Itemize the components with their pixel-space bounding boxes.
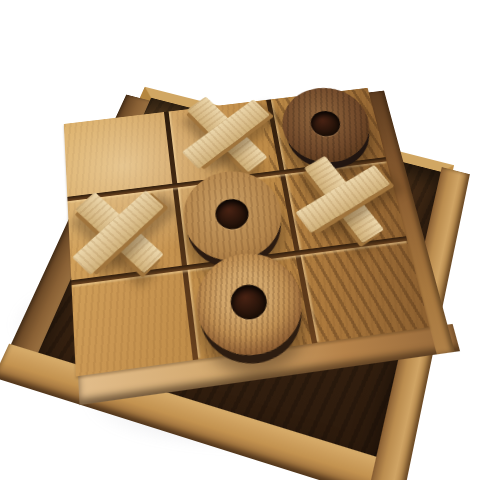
cell-r2c2[interactable] [297, 239, 430, 343]
cell-r2c0[interactable] [71, 268, 196, 376]
x-piece-r1c0[interactable] [63, 183, 172, 283]
x-piece-r0c1[interactable] [172, 89, 277, 180]
product-photo-scene [0, 0, 480, 480]
tic-tac-toe-board [64, 88, 430, 377]
board-surface [64, 88, 430, 377]
